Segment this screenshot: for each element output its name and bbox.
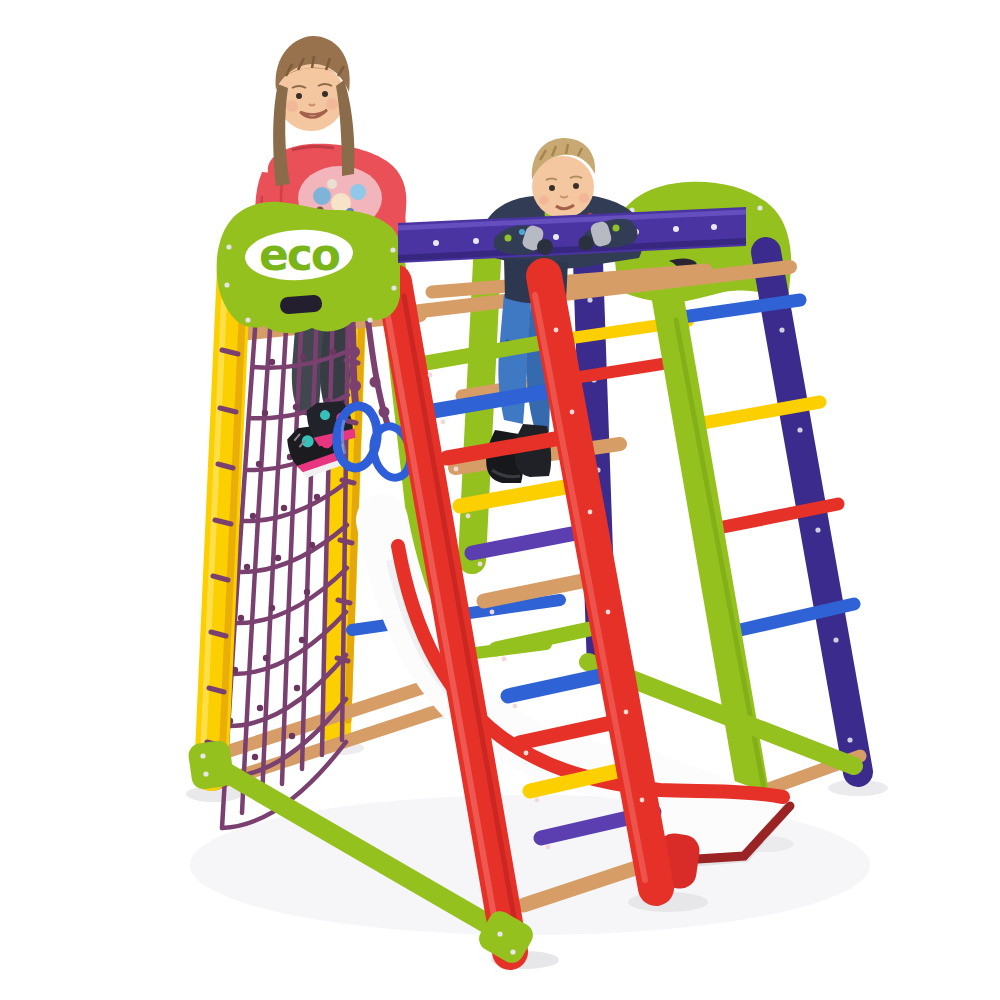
- climbing-frame-scene: eco: [0, 0, 1000, 1000]
- boy-hand: [537, 239, 553, 255]
- handle-slot: [279, 295, 322, 315]
- right-ladder-green-rail: [664, 276, 758, 822]
- playground-product-photo: eco: [0, 0, 1000, 1000]
- boy-hand: [579, 236, 594, 251]
- ring-strap: [352, 322, 356, 406]
- eco-label: eco: [259, 229, 340, 280]
- eco-badge: eco: [217, 202, 400, 333]
